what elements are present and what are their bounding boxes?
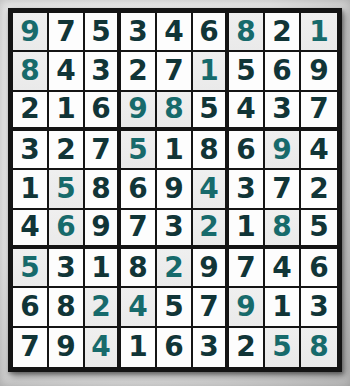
cell-r6c6[interactable]: 2 xyxy=(193,210,229,249)
cell-r3c6[interactable]: 5 xyxy=(193,92,229,131)
cell-r2c8[interactable]: 6 xyxy=(265,52,301,91)
page-background: 9753468218432715692169854373275186941586… xyxy=(0,0,350,386)
cell-r3c8[interactable]: 3 xyxy=(265,92,301,131)
cell-r1c7[interactable]: 8 xyxy=(229,13,265,52)
cell-r9c5[interactable]: 6 xyxy=(157,328,193,367)
cell-r7c4[interactable]: 8 xyxy=(121,249,157,288)
cell-r3c4[interactable]: 9 xyxy=(121,92,157,131)
cell-r6c9[interactable]: 5 xyxy=(301,210,337,249)
cell-r4c8[interactable]: 9 xyxy=(265,131,301,170)
cell-r4c9[interactable]: 4 xyxy=(301,131,337,170)
cell-r7c2[interactable]: 3 xyxy=(49,249,85,288)
cell-r5c8[interactable]: 7 xyxy=(265,170,301,209)
cell-r2c4[interactable]: 2 xyxy=(121,52,157,91)
cell-r4c7[interactable]: 6 xyxy=(229,131,265,170)
cell-r2c9[interactable]: 9 xyxy=(301,52,337,91)
cell-r4c4[interactable]: 5 xyxy=(121,131,157,170)
cell-r4c2[interactable]: 2 xyxy=(49,131,85,170)
cell-r6c5[interactable]: 3 xyxy=(157,210,193,249)
cell-r9c8[interactable]: 5 xyxy=(265,328,301,367)
cell-r1c5[interactable]: 4 xyxy=(157,13,193,52)
cell-r7c7[interactable]: 7 xyxy=(229,249,265,288)
cell-r7c9[interactable]: 6 xyxy=(301,249,337,288)
cell-r3c2[interactable]: 1 xyxy=(49,92,85,131)
cell-r3c7[interactable]: 4 xyxy=(229,92,265,131)
cell-r3c9[interactable]: 7 xyxy=(301,92,337,131)
cell-r4c1[interactable]: 3 xyxy=(13,131,49,170)
cell-r5c1[interactable]: 1 xyxy=(13,170,49,209)
cell-r3c1[interactable]: 2 xyxy=(13,92,49,131)
cell-r1c6[interactable]: 6 xyxy=(193,13,229,52)
cell-r1c8[interactable]: 2 xyxy=(265,13,301,52)
cell-r2c3[interactable]: 3 xyxy=(85,52,121,91)
cell-r7c3[interactable]: 1 xyxy=(85,249,121,288)
cell-r9c7[interactable]: 2 xyxy=(229,328,265,367)
cell-r9c1[interactable]: 7 xyxy=(13,328,49,367)
cell-r4c3[interactable]: 7 xyxy=(85,131,121,170)
cell-r6c1[interactable]: 4 xyxy=(13,210,49,249)
cell-r8c6[interactable]: 7 xyxy=(193,288,229,327)
cell-r6c2[interactable]: 6 xyxy=(49,210,85,249)
cell-r5c4[interactable]: 6 xyxy=(121,170,157,209)
cell-r2c1[interactable]: 8 xyxy=(13,52,49,91)
cell-r3c3[interactable]: 6 xyxy=(85,92,121,131)
cell-r8c2[interactable]: 8 xyxy=(49,288,85,327)
cell-r9c3[interactable]: 4 xyxy=(85,328,121,367)
cell-r7c6[interactable]: 9 xyxy=(193,249,229,288)
cell-r9c4[interactable]: 1 xyxy=(121,328,157,367)
cell-r5c2[interactable]: 5 xyxy=(49,170,85,209)
cell-r8c3[interactable]: 2 xyxy=(85,288,121,327)
cell-r1c9[interactable]: 1 xyxy=(301,13,337,52)
cell-r5c5[interactable]: 9 xyxy=(157,170,193,209)
cell-r9c6[interactable]: 3 xyxy=(193,328,229,367)
sudoku-board: 9753468218432715692169854373275186941586… xyxy=(8,8,342,372)
cell-r7c5[interactable]: 2 xyxy=(157,249,193,288)
cell-r5c7[interactable]: 3 xyxy=(229,170,265,209)
cell-r1c1[interactable]: 9 xyxy=(13,13,49,52)
cell-r6c3[interactable]: 9 xyxy=(85,210,121,249)
cell-r2c7[interactable]: 5 xyxy=(229,52,265,91)
cell-r4c5[interactable]: 1 xyxy=(157,131,193,170)
cell-r6c7[interactable]: 1 xyxy=(229,210,265,249)
cell-r4c6[interactable]: 8 xyxy=(193,131,229,170)
cell-r7c8[interactable]: 4 xyxy=(265,249,301,288)
cell-r1c2[interactable]: 7 xyxy=(49,13,85,52)
cell-r6c4[interactable]: 7 xyxy=(121,210,157,249)
cell-r2c5[interactable]: 7 xyxy=(157,52,193,91)
cell-r8c4[interactable]: 4 xyxy=(121,288,157,327)
cell-r9c2[interactable]: 9 xyxy=(49,328,85,367)
cell-r5c6[interactable]: 4 xyxy=(193,170,229,209)
cell-r9c9[interactable]: 8 xyxy=(301,328,337,367)
cell-r8c9[interactable]: 3 xyxy=(301,288,337,327)
cell-r6c8[interactable]: 8 xyxy=(265,210,301,249)
cell-r7c1[interactable]: 5 xyxy=(13,249,49,288)
cell-r8c7[interactable]: 9 xyxy=(229,288,265,327)
cell-r8c5[interactable]: 5 xyxy=(157,288,193,327)
cell-r5c3[interactable]: 8 xyxy=(85,170,121,209)
cell-r2c2[interactable]: 4 xyxy=(49,52,85,91)
cell-r5c9[interactable]: 2 xyxy=(301,170,337,209)
cell-r1c3[interactable]: 5 xyxy=(85,13,121,52)
cell-r8c1[interactable]: 6 xyxy=(13,288,49,327)
cell-r2c6[interactable]: 1 xyxy=(193,52,229,91)
cell-r3c5[interactable]: 8 xyxy=(157,92,193,131)
cell-r1c4[interactable]: 3 xyxy=(121,13,157,52)
cell-r8c8[interactable]: 1 xyxy=(265,288,301,327)
